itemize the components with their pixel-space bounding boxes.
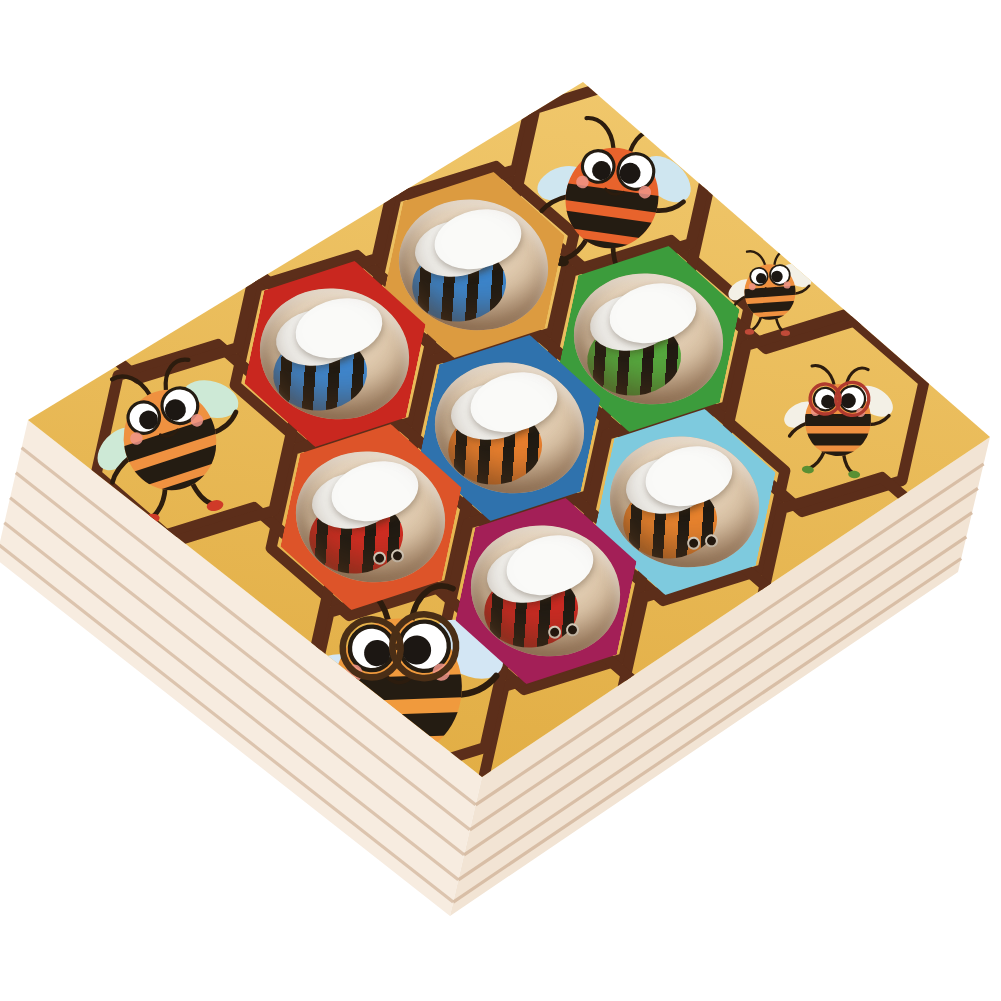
- bee-eye: [565, 622, 580, 637]
- bee-eye: [547, 624, 562, 639]
- felt-wing: [410, 213, 504, 283]
- felt-wing: [271, 302, 365, 372]
- bee-piece-red[interactable]: [306, 495, 407, 578]
- bee-piece-blue[interactable]: [409, 243, 510, 326]
- hive-hole: [459, 512, 633, 670]
- felt-wing: [482, 539, 576, 609]
- hive-hole: [248, 275, 422, 433]
- felt-wing: [326, 453, 425, 529]
- product-photo-stage: Overhead product photo of a wooden bee-h…: [0, 0, 1001, 1001]
- hive-grid: [0, 0, 1001, 1001]
- bee-eye: [372, 550, 387, 565]
- felt-wing: [429, 201, 528, 277]
- felt-wing: [465, 364, 564, 440]
- felt-wing: [290, 290, 389, 366]
- bee-piece-blue[interactable]: [270, 332, 371, 415]
- bee-eye: [686, 535, 701, 550]
- bee-piece-orange[interactable]: [620, 480, 721, 563]
- felt-wing: [640, 438, 739, 514]
- felt-wing: [585, 287, 679, 357]
- felt-wing: [621, 450, 715, 520]
- felt-wing: [604, 275, 703, 351]
- bee-eye: [390, 548, 405, 563]
- bee-piece-red[interactable]: [481, 569, 582, 652]
- felt-wing: [501, 527, 600, 603]
- felt-wing: [446, 376, 540, 446]
- bee-piece-green[interactable]: [584, 317, 685, 400]
- bee-piece-orange[interactable]: [445, 406, 546, 489]
- hive-hole: [284, 438, 458, 596]
- felt-wing: [307, 465, 401, 535]
- bee-eye: [704, 533, 719, 548]
